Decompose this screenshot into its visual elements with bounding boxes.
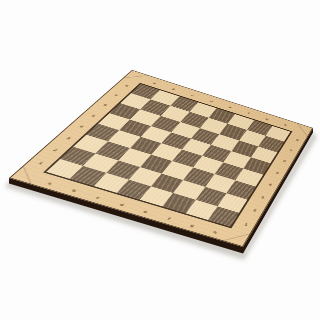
file-label-top-b: b xyxy=(172,88,177,91)
file-label-top-d: d xyxy=(210,100,214,103)
file-label-top-g: g xyxy=(265,117,269,120)
rank-label-right-8: 8 xyxy=(295,139,299,142)
file-label-top-a: a xyxy=(153,82,158,85)
rank-label-left-7: 7 xyxy=(114,94,119,97)
file-label-bottom-b: b xyxy=(71,188,77,192)
file-label-top-e: e xyxy=(228,106,232,109)
rank-label-left-1: 1 xyxy=(38,161,44,165)
rank-label-left-3: 3 xyxy=(66,136,72,139)
file-label-top-h: h xyxy=(284,123,288,126)
rank-label-right-7: 7 xyxy=(289,149,293,152)
file-label-bottom-e: e xyxy=(143,209,149,213)
file-label-bottom-f: f xyxy=(167,216,171,220)
rank-label-left-8: 8 xyxy=(124,84,129,87)
rank-label-left-2: 2 xyxy=(52,148,58,152)
rank-label-left-4: 4 xyxy=(79,125,85,128)
rank-label-right-5: 5 xyxy=(275,171,279,174)
rank-label-right-1: 1 xyxy=(244,222,249,226)
rank-label-left-6: 6 xyxy=(103,104,108,107)
file-label-bottom-d: d xyxy=(119,202,125,206)
rank-label-right-3: 3 xyxy=(260,195,265,199)
product-photo-background: aa88bb77cc66dd55ee44ff33gg22hh11 xyxy=(0,0,320,320)
rank-label-right-2: 2 xyxy=(252,209,257,213)
file-label-bottom-g: g xyxy=(190,223,196,227)
file-label-top-c: c xyxy=(191,94,195,97)
file-label-bottom-c: c xyxy=(96,195,102,199)
rank-label-left-5: 5 xyxy=(91,114,96,117)
rank-label-right-4: 4 xyxy=(268,183,272,186)
file-label-bottom-a: a xyxy=(47,181,53,185)
rank-label-right-6: 6 xyxy=(282,160,286,163)
file-label-top-f: f xyxy=(247,112,250,114)
file-label-bottom-h: h xyxy=(213,230,218,234)
